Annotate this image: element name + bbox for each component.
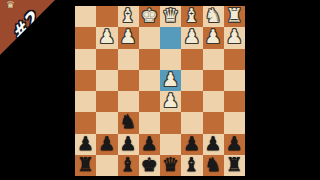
square-a7[interactable]: ♟ [224,134,245,155]
piece-white-bishop: ♝ [120,6,137,25]
piece-white-king: ♚ [141,6,158,25]
piece-black-pawn: ♟ [183,134,200,153]
square-a8[interactable]: ♜ [224,155,245,176]
square-c1[interactable]: ♝ [181,6,202,27]
piece-black-knight: ♞ [120,112,137,131]
square-b3[interactable] [203,49,224,70]
square-b6[interactable] [203,112,224,133]
square-g8[interactable] [96,155,117,176]
square-g5[interactable] [96,91,117,112]
piece-white-pawn: ♟ [162,91,179,110]
square-f8[interactable]: ♝ [118,155,139,176]
square-h7[interactable]: ♟ [75,134,96,155]
crown-icon: ♛ [6,0,15,10]
square-d4[interactable]: ♟ [160,70,181,91]
square-e4[interactable] [139,70,160,91]
square-c3[interactable] [181,49,202,70]
piece-white-pawn: ♟ [120,27,137,46]
piece-white-pawn: ♟ [183,27,200,46]
square-f5[interactable] [118,91,139,112]
square-d3[interactable] [160,49,181,70]
square-d5[interactable]: ♟ [160,91,181,112]
piece-black-bishop: ♝ [183,155,200,174]
square-g4[interactable] [96,70,117,91]
square-d7[interactable] [160,134,181,155]
piece-black-pawn: ♟ [205,134,222,153]
piece-black-queen: ♛ [162,155,179,174]
screenshot-root: ♝♚♛♝♞♜♟♟♟♟♟♟♟♞♟♟♟♟♟♟♟♜♝♚♛♝♞♜ ♛ #2 [0,0,320,180]
square-e5[interactable] [139,91,160,112]
square-h3[interactable] [75,49,96,70]
square-d6[interactable] [160,112,181,133]
square-b7[interactable]: ♟ [203,134,224,155]
square-f7[interactable]: ♟ [118,134,139,155]
square-h5[interactable] [75,91,96,112]
square-b5[interactable] [203,91,224,112]
square-f6[interactable]: ♞ [118,112,139,133]
square-f4[interactable] [118,70,139,91]
square-e3[interactable] [139,49,160,70]
square-c4[interactable] [181,70,202,91]
chess-board: ♝♚♛♝♞♜♟♟♟♟♟♟♟♞♟♟♟♟♟♟♟♜♝♚♛♝♞♜ [75,6,245,176]
square-b8[interactable]: ♞ [203,155,224,176]
piece-white-pawn: ♟ [98,27,115,46]
square-h2[interactable] [75,27,96,48]
square-e7[interactable]: ♟ [139,134,160,155]
piece-white-pawn: ♟ [226,27,243,46]
square-h8[interactable]: ♜ [75,155,96,176]
piece-white-queen: ♛ [162,6,179,25]
piece-black-knight: ♞ [205,155,222,174]
square-c6[interactable] [181,112,202,133]
piece-black-bishop: ♝ [120,155,137,174]
square-c5[interactable] [181,91,202,112]
square-g7[interactable]: ♟ [96,134,117,155]
piece-black-pawn: ♟ [77,134,94,153]
square-h1[interactable] [75,6,96,27]
piece-white-knight: ♞ [205,6,222,25]
square-e1[interactable]: ♚ [139,6,160,27]
square-d2[interactable] [160,27,181,48]
square-f3[interactable] [118,49,139,70]
square-h4[interactable] [75,70,96,91]
square-a2[interactable]: ♟ [224,27,245,48]
piece-black-pawn: ♟ [98,134,115,153]
square-b2[interactable]: ♟ [203,27,224,48]
square-b4[interactable] [203,70,224,91]
square-e8[interactable]: ♚ [139,155,160,176]
square-a6[interactable] [224,112,245,133]
piece-black-king: ♚ [141,155,158,174]
square-a3[interactable] [224,49,245,70]
piece-white-pawn: ♟ [162,70,179,89]
piece-white-pawn: ♟ [205,27,222,46]
piece-black-pawn: ♟ [141,134,158,153]
square-e2[interactable] [139,27,160,48]
square-d8[interactable]: ♛ [160,155,181,176]
square-c2[interactable]: ♟ [181,27,202,48]
square-b1[interactable]: ♞ [203,6,224,27]
square-a4[interactable] [224,70,245,91]
square-g1[interactable] [96,6,117,27]
square-g3[interactable] [96,49,117,70]
square-d1[interactable]: ♛ [160,6,181,27]
square-c7[interactable]: ♟ [181,134,202,155]
puzzle-number-badge: ♛ #2 [0,0,55,55]
square-f2[interactable]: ♟ [118,27,139,48]
square-g2[interactable]: ♟ [96,27,117,48]
square-e6[interactable] [139,112,160,133]
square-f1[interactable]: ♝ [118,6,139,27]
piece-black-rook: ♜ [77,155,94,174]
piece-white-rook: ♜ [226,6,243,25]
square-g6[interactable] [96,112,117,133]
square-a5[interactable] [224,91,245,112]
square-h6[interactable] [75,112,96,133]
piece-black-rook: ♜ [226,155,243,174]
piece-white-bishop: ♝ [183,6,200,25]
square-c8[interactable]: ♝ [181,155,202,176]
square-a1[interactable]: ♜ [224,6,245,27]
piece-black-pawn: ♟ [226,134,243,153]
piece-black-pawn: ♟ [120,134,137,153]
